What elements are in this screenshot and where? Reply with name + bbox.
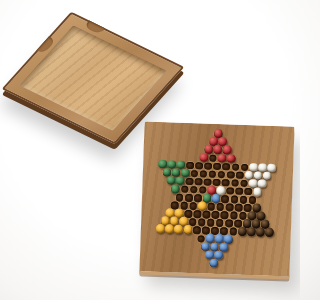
board-cell [211, 211, 220, 219]
hole[interactable] [207, 219, 215, 227]
peg-blue[interactable] [215, 234, 224, 243]
board-cell [234, 203, 243, 211]
hole[interactable] [221, 211, 229, 219]
hole[interactable] [190, 186, 198, 194]
board-cell [256, 229, 265, 237]
peg-blue[interactable] [210, 242, 219, 251]
board-cell [198, 202, 207, 210]
board-cell [247, 228, 256, 236]
board-cell [180, 185, 189, 193]
board-cell [265, 229, 274, 237]
peg-white[interactable] [267, 163, 276, 172]
peg-black[interactable] [238, 227, 247, 236]
peg-red[interactable] [199, 153, 208, 162]
board-cell [222, 163, 231, 171]
peg-red[interactable] [204, 145, 213, 154]
hole[interactable] [230, 196, 238, 204]
peg-blue[interactable] [219, 243, 228, 252]
hole[interactable] [244, 188, 252, 196]
board-cell [244, 188, 253, 196]
board-cell [192, 226, 201, 234]
peg-blue[interactable] [206, 234, 215, 243]
hole[interactable] [231, 179, 239, 187]
board-cell [199, 170, 208, 178]
hole[interactable] [209, 154, 217, 162]
board-cell [230, 195, 239, 203]
peg-red[interactable] [213, 145, 222, 154]
hole[interactable] [225, 220, 233, 228]
hole[interactable] [195, 178, 203, 186]
peg-green[interactable] [176, 176, 185, 185]
hole[interactable] [240, 180, 248, 188]
product-photo-scene [0, 0, 300, 300]
peg-blue[interactable] [209, 259, 218, 268]
hole[interactable] [186, 178, 194, 186]
peg-yellow[interactable] [198, 201, 207, 210]
peg-grid [155, 128, 278, 270]
box-lid-interior [19, 25, 167, 131]
peg-yellow[interactable] [156, 224, 165, 233]
peg-white[interactable] [258, 163, 267, 172]
hole[interactable] [185, 194, 193, 202]
hole[interactable] [209, 170, 217, 178]
peg-blue[interactable] [205, 250, 214, 259]
board-cell [208, 154, 217, 162]
peg-green[interactable] [171, 184, 180, 193]
board-cell [220, 211, 229, 219]
peg-green[interactable] [167, 160, 176, 169]
peg-blue[interactable] [201, 242, 210, 251]
peg-red[interactable] [218, 154, 227, 163]
hole[interactable] [204, 162, 212, 170]
hole[interactable] [218, 171, 226, 179]
board-cell [215, 219, 224, 227]
hole[interactable] [176, 194, 184, 202]
hole[interactable] [198, 219, 206, 227]
peg-yellow[interactable] [183, 225, 192, 234]
board-cell [224, 219, 233, 227]
hole[interactable] [241, 163, 249, 171]
hole[interactable] [217, 203, 225, 211]
hole[interactable] [232, 163, 240, 171]
peg-red[interactable] [222, 146, 231, 155]
peg-yellow[interactable] [174, 225, 183, 234]
board-cell [174, 226, 183, 234]
hole[interactable] [193, 210, 201, 218]
board-cell [221, 195, 230, 203]
hole[interactable] [216, 219, 224, 227]
board-cell [197, 218, 206, 226]
hole[interactable] [226, 203, 234, 211]
hole[interactable] [230, 212, 238, 220]
hole[interactable] [212, 211, 220, 219]
peg-blue[interactable] [214, 251, 223, 260]
board-cell [213, 162, 222, 170]
board-cell [239, 179, 248, 187]
hole[interactable] [235, 204, 243, 212]
board-cell [226, 171, 235, 179]
hole[interactable] [222, 163, 230, 171]
board-cell [171, 185, 180, 193]
peg-black[interactable] [265, 228, 274, 237]
hole[interactable] [226, 187, 234, 195]
hole[interactable] [227, 171, 235, 179]
peg-black[interactable] [247, 227, 256, 236]
board-cell [156, 225, 165, 233]
board-cell [183, 226, 192, 234]
board-cell [230, 179, 239, 187]
hole[interactable] [199, 170, 207, 178]
chinese-checkers-board [139, 121, 294, 276]
hole[interactable] [181, 186, 189, 194]
hole[interactable] [203, 211, 211, 219]
board-cell [189, 186, 198, 194]
peg-white[interactable] [253, 187, 262, 196]
hole[interactable] [213, 163, 221, 171]
peg-green[interactable] [158, 160, 167, 169]
peg-black[interactable] [256, 228, 265, 237]
hole[interactable] [197, 235, 205, 243]
peg-white[interactable] [249, 163, 258, 172]
hole[interactable] [240, 196, 248, 204]
hole[interactable] [195, 162, 203, 170]
hole[interactable] [207, 203, 215, 211]
hole[interactable] [236, 171, 244, 179]
board-cell [165, 225, 174, 233]
peg-yellow[interactable] [165, 225, 174, 234]
hole[interactable] [222, 179, 230, 187]
hole[interactable] [189, 202, 197, 210]
board-cell [209, 259, 218, 267]
board-cell [238, 228, 247, 236]
hole[interactable] [190, 170, 198, 178]
peg-green[interactable] [176, 160, 185, 169]
hole[interactable] [235, 188, 243, 196]
board-cell [194, 162, 203, 170]
hole[interactable] [221, 195, 229, 203]
board-cell [207, 202, 216, 210]
hole[interactable] [193, 227, 201, 235]
